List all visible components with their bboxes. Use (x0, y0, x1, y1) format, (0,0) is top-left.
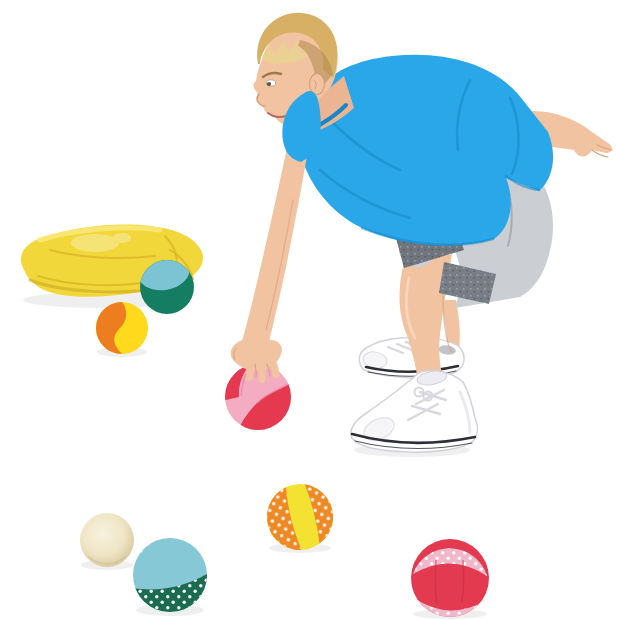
finger (249, 363, 250, 378)
ball-yellow-orange-polka (255, 474, 346, 560)
ball-red-pink-polka (411, 539, 489, 620)
product-photo-canvas (0, 0, 620, 620)
finger (261, 365, 262, 380)
ball-blue-green-polka (131, 534, 209, 615)
eye (266, 80, 275, 86)
jack-wooden-ball (80, 513, 134, 567)
scene-illustration (0, 0, 620, 620)
boy-left-arm (240, 148, 308, 354)
standing-shoe (351, 369, 478, 452)
finger (272, 361, 276, 375)
ball-orange-yellow (96, 302, 148, 354)
